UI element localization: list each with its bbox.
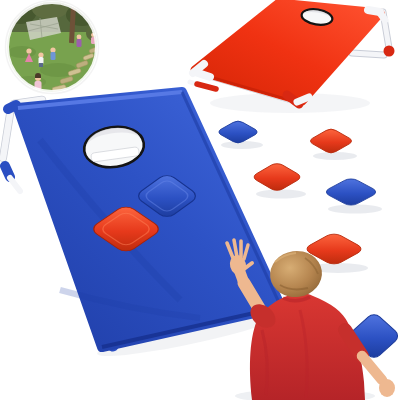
boy-hand-right xyxy=(379,379,395,397)
scene-canvas xyxy=(0,0,400,400)
child-figure xyxy=(38,52,43,67)
red-elbow-fitting xyxy=(384,46,395,57)
product-photo-scene xyxy=(0,0,400,400)
inset-grass-patch xyxy=(8,46,36,58)
foot-pipe xyxy=(352,53,384,55)
bag-shadow xyxy=(313,152,357,160)
bag-shadow xyxy=(328,205,382,214)
child-figure xyxy=(50,47,55,60)
child-figure xyxy=(77,35,82,47)
bag-shadow xyxy=(256,190,306,199)
